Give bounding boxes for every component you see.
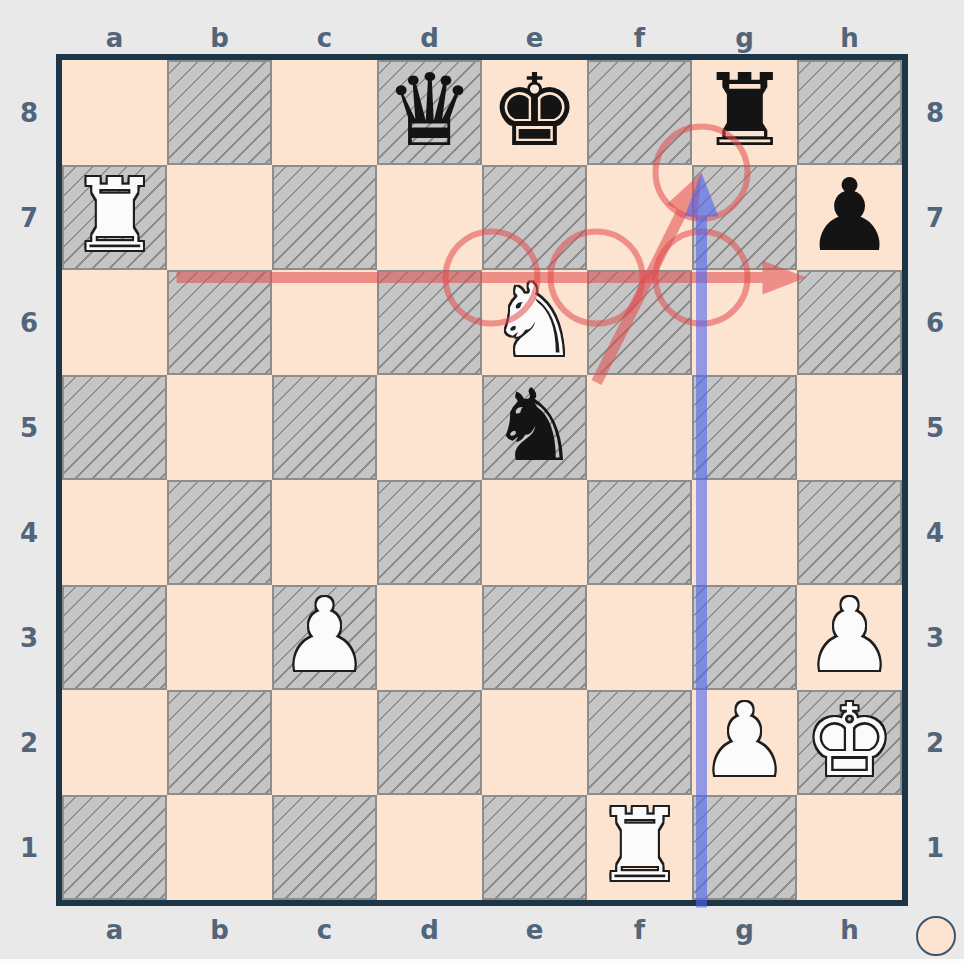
square-g3[interactable] bbox=[692, 585, 797, 690]
file-label-h: h bbox=[797, 20, 902, 56]
file-label-a: a bbox=[62, 20, 167, 56]
square-f5[interactable] bbox=[587, 375, 692, 480]
piece-white-pawn-c3[interactable]: ♟ bbox=[272, 585, 377, 690]
file-labels-top: abcdefgh bbox=[62, 20, 902, 56]
square-b5[interactable] bbox=[167, 375, 272, 480]
rank-label-7: 7 bbox=[918, 165, 952, 270]
piece-white-pawn-h3[interactable]: ♟ bbox=[797, 585, 902, 690]
file-label-c: c bbox=[272, 20, 377, 56]
rank-label-7: 7 bbox=[12, 165, 46, 270]
piece-white-king-h2[interactable]: ♚ bbox=[797, 690, 902, 795]
square-e5[interactable]: ♞ bbox=[482, 375, 587, 480]
file-label-g: g bbox=[692, 910, 797, 950]
square-f7[interactable] bbox=[587, 165, 692, 270]
square-g6[interactable] bbox=[692, 270, 797, 375]
piece-white-pawn-g2[interactable]: ♟ bbox=[692, 690, 797, 795]
file-label-d: d bbox=[377, 20, 482, 56]
rank-label-3: 3 bbox=[918, 585, 952, 690]
file-label-e: e bbox=[482, 910, 587, 950]
rank-label-5: 5 bbox=[918, 375, 952, 480]
file-label-g: g bbox=[692, 20, 797, 56]
square-h3[interactable]: ♟ bbox=[797, 585, 902, 690]
square-e4[interactable] bbox=[482, 480, 587, 585]
square-a7[interactable]: ♜ bbox=[62, 165, 167, 270]
square-b6[interactable] bbox=[167, 270, 272, 375]
square-g8[interactable]: ♜ bbox=[692, 60, 797, 165]
piece-black-knight-e5[interactable]: ♞ bbox=[482, 375, 587, 480]
rank-label-6: 6 bbox=[12, 270, 46, 375]
square-h4[interactable] bbox=[797, 480, 902, 585]
square-h8[interactable] bbox=[797, 60, 902, 165]
rank-label-8: 8 bbox=[918, 60, 952, 165]
square-a4[interactable] bbox=[62, 480, 167, 585]
square-b1[interactable] bbox=[167, 795, 272, 900]
piece-white-knight-e6[interactable]: ♞ bbox=[482, 270, 587, 375]
rank-labels-left: 87654321 bbox=[12, 60, 46, 900]
rank-label-4: 4 bbox=[12, 480, 46, 585]
file-label-a: a bbox=[62, 910, 167, 950]
square-f1[interactable]: ♜ bbox=[587, 795, 692, 900]
square-a3[interactable] bbox=[62, 585, 167, 690]
square-a1[interactable] bbox=[62, 795, 167, 900]
square-e8[interactable]: ♚ bbox=[482, 60, 587, 165]
piece-black-rook-g8[interactable]: ♜ bbox=[692, 60, 797, 165]
file-label-b: b bbox=[167, 910, 272, 950]
rank-label-2: 2 bbox=[918, 690, 952, 795]
square-a2[interactable] bbox=[62, 690, 167, 795]
file-label-e: e bbox=[482, 20, 587, 56]
square-d2[interactable] bbox=[377, 690, 482, 795]
square-d1[interactable] bbox=[377, 795, 482, 900]
square-g2[interactable]: ♟ bbox=[692, 690, 797, 795]
piece-white-rook-a7[interactable]: ♜ bbox=[62, 165, 167, 270]
square-a8[interactable] bbox=[62, 60, 167, 165]
square-c7[interactable] bbox=[272, 165, 377, 270]
file-labels-bottom: abcdefgh bbox=[62, 910, 902, 950]
piece-black-queen-d8[interactable]: ♛ bbox=[377, 60, 482, 165]
square-h7[interactable]: ♟ bbox=[797, 165, 902, 270]
rank-label-2: 2 bbox=[12, 690, 46, 795]
file-label-b: b bbox=[167, 20, 272, 56]
rank-label-8: 8 bbox=[12, 60, 46, 165]
square-f3[interactable] bbox=[587, 585, 692, 690]
turn-indicator bbox=[916, 916, 956, 956]
square-h1[interactable] bbox=[797, 795, 902, 900]
square-g4[interactable] bbox=[692, 480, 797, 585]
square-e6[interactable]: ♞ bbox=[482, 270, 587, 375]
square-h5[interactable] bbox=[797, 375, 902, 480]
file-label-f: f bbox=[587, 20, 692, 56]
square-g7[interactable] bbox=[692, 165, 797, 270]
square-b3[interactable] bbox=[167, 585, 272, 690]
file-label-h: h bbox=[797, 910, 902, 950]
piece-black-pawn-h7[interactable]: ♟ bbox=[797, 165, 902, 270]
square-e7[interactable] bbox=[482, 165, 587, 270]
chess-board: ♛♚♜♜♟♞♞♟♟♟♚♜ bbox=[56, 54, 908, 906]
square-d4[interactable] bbox=[377, 480, 482, 585]
piece-black-king-e8[interactable]: ♚ bbox=[482, 60, 587, 165]
square-e1[interactable] bbox=[482, 795, 587, 900]
square-d3[interactable] bbox=[377, 585, 482, 690]
square-c8[interactable] bbox=[272, 60, 377, 165]
rank-label-1: 1 bbox=[12, 795, 46, 900]
square-c5[interactable] bbox=[272, 375, 377, 480]
board-grid: ♛♚♜♜♟♞♞♟♟♟♚♜ bbox=[62, 60, 902, 900]
square-c3[interactable]: ♟ bbox=[272, 585, 377, 690]
square-f2[interactable] bbox=[587, 690, 692, 795]
file-label-c: c bbox=[272, 910, 377, 950]
bottom-strip bbox=[0, 959, 964, 964]
square-f8[interactable] bbox=[587, 60, 692, 165]
rank-label-4: 4 bbox=[918, 480, 952, 585]
square-a5[interactable] bbox=[62, 375, 167, 480]
file-label-d: d bbox=[377, 910, 482, 950]
square-b7[interactable] bbox=[167, 165, 272, 270]
square-h6[interactable] bbox=[797, 270, 902, 375]
square-d6[interactable] bbox=[377, 270, 482, 375]
square-g1[interactable] bbox=[692, 795, 797, 900]
rank-labels-right: 87654321 bbox=[918, 60, 952, 900]
square-d5[interactable] bbox=[377, 375, 482, 480]
square-g5[interactable] bbox=[692, 375, 797, 480]
square-h2[interactable]: ♚ bbox=[797, 690, 902, 795]
square-c6[interactable] bbox=[272, 270, 377, 375]
square-c1[interactable] bbox=[272, 795, 377, 900]
rank-label-1: 1 bbox=[918, 795, 952, 900]
square-b4[interactable] bbox=[167, 480, 272, 585]
square-b2[interactable] bbox=[167, 690, 272, 795]
square-d7[interactable] bbox=[377, 165, 482, 270]
square-d8[interactable]: ♛ bbox=[377, 60, 482, 165]
square-c4[interactable] bbox=[272, 480, 377, 585]
rank-label-6: 6 bbox=[918, 270, 952, 375]
square-a6[interactable] bbox=[62, 270, 167, 375]
piece-white-rook-f1[interactable]: ♜ bbox=[587, 795, 692, 900]
square-f6[interactable] bbox=[587, 270, 692, 375]
square-f4[interactable] bbox=[587, 480, 692, 585]
square-e3[interactable] bbox=[482, 585, 587, 690]
square-b8[interactable] bbox=[167, 60, 272, 165]
rank-label-3: 3 bbox=[12, 585, 46, 690]
square-e2[interactable] bbox=[482, 690, 587, 795]
file-label-f: f bbox=[587, 910, 692, 950]
rank-label-5: 5 bbox=[12, 375, 46, 480]
square-c2[interactable] bbox=[272, 690, 377, 795]
